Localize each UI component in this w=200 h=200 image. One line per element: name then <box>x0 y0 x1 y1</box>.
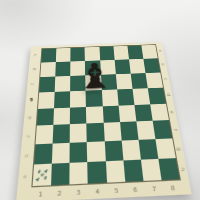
board-square <box>70 61 85 76</box>
coordinate-label: b <box>154 62 172 68</box>
board-square <box>103 122 121 141</box>
board-square <box>105 161 125 183</box>
board-square <box>86 106 103 124</box>
coordinate-label: b <box>16 151 38 159</box>
board-square <box>56 48 71 62</box>
board-square <box>85 60 100 75</box>
coordinate-label: e <box>162 108 182 115</box>
coordinate-label: 1 <box>30 188 50 200</box>
coordinate-label: 6 <box>125 183 145 196</box>
coordinate-label: d <box>20 114 40 121</box>
board-square <box>55 76 71 92</box>
coordinate-label: 2 <box>50 187 69 200</box>
board-square <box>86 75 102 91</box>
coordinate-label: g <box>25 66 43 72</box>
coordinate-label: g <box>168 145 190 153</box>
board-square <box>52 143 70 164</box>
board-square <box>101 89 118 106</box>
board-square <box>101 74 117 90</box>
board-square <box>104 141 123 162</box>
coordinate-label: d <box>159 92 179 99</box>
coordinate-label: 8 <box>163 182 184 195</box>
coordinate-label: c <box>18 132 39 140</box>
board-square <box>70 162 88 184</box>
board-square <box>116 73 133 89</box>
board-square <box>86 90 102 107</box>
coordinate-label: 4 <box>88 185 107 198</box>
board-square <box>55 61 70 76</box>
board-square <box>71 47 86 61</box>
board-square <box>114 59 130 74</box>
board-square <box>70 90 86 107</box>
board-square <box>88 161 107 183</box>
coordinate-label: e <box>21 97 40 104</box>
board-square <box>87 123 105 142</box>
coordinate-label: c <box>156 76 175 82</box>
photo-background: ♞ US CHESS ♟♞♛♞♟ ♝ 12345678 abcdefgh hgf… <box>0 0 200 200</box>
coordinate-label: f <box>23 81 42 87</box>
coordinate-label: 3 <box>69 186 88 199</box>
coordinate-label: a <box>151 48 169 54</box>
board-square <box>102 105 119 123</box>
board-square <box>100 60 116 75</box>
board-square <box>70 142 88 163</box>
board-square <box>70 75 86 91</box>
coordinate-label: h <box>172 165 195 174</box>
vinyl-mat: ♞ US CHESS ♟♞♛♞♟ ♝ 12345678 abcdefgh hgf… <box>16 42 192 200</box>
board-square <box>87 142 105 163</box>
board-square <box>54 91 70 108</box>
board-square <box>113 46 129 60</box>
coordinate-label: 7 <box>144 182 164 195</box>
coordinate-label: f <box>165 126 186 134</box>
coordinate-label: h <box>26 52 44 58</box>
board-square <box>99 46 114 60</box>
coordinate-label: a <box>13 172 35 181</box>
board-square <box>70 107 87 125</box>
board-square <box>53 107 70 125</box>
board-square <box>51 163 70 185</box>
coordinate-label: 5 <box>107 184 127 197</box>
chessboard-mat: ♞ US CHESS ♟♞♛♞♟ ♝ 12345678 abcdefgh hgf… <box>16 42 192 200</box>
board-square <box>85 47 100 61</box>
board-square <box>53 125 70 144</box>
board-square <box>70 124 87 143</box>
